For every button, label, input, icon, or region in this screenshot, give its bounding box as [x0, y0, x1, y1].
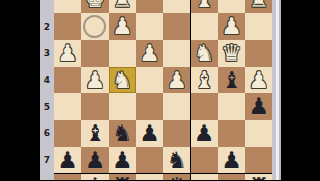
square-c7	[191, 147, 218, 174]
chess-board: ♚♜♝♜♟♟♟♟♞♛♟♞♟♝♝♟♟♝♞♟♟♟♟♟♞♟♚♜♛♜	[54, 0, 272, 180]
piece-black-knight-d7: ♞	[167, 149, 188, 172]
square-d3	[163, 40, 190, 67]
square-g7: ♟	[81, 147, 108, 174]
piece-white-king-g1: ♚	[85, 0, 106, 11]
square-g6: ♝	[81, 120, 108, 147]
piece-white-pawn-g4: ♟	[85, 69, 106, 92]
square-a1: ♜	[245, 0, 272, 13]
square-a6	[245, 120, 272, 147]
piece-white-pawn-d4: ♟	[167, 69, 188, 92]
rank-label-3: 3	[40, 49, 54, 58]
board-frame-right-edge	[272, 0, 281, 180]
square-g8: ♚	[81, 174, 108, 181]
square-e5	[136, 93, 163, 120]
square-e4	[136, 67, 163, 94]
square-h2	[54, 13, 81, 40]
rank-label-7: 7	[40, 156, 54, 165]
square-b5	[218, 93, 245, 120]
square-d1	[163, 0, 190, 13]
piece-white-pawn-a4: ♟	[248, 69, 269, 92]
piece-white-pawn-b2: ♟	[221, 15, 242, 38]
square-a4: ♟	[245, 67, 272, 94]
square-h5	[54, 93, 81, 120]
piece-black-pawn-b7: ♟	[221, 149, 242, 172]
square-b6	[218, 120, 245, 147]
square-f3	[109, 40, 136, 67]
square-h4	[54, 67, 81, 94]
square-e6: ♟	[136, 120, 163, 147]
square-c2	[191, 13, 218, 40]
square-d5	[163, 93, 190, 120]
square-f5	[109, 93, 136, 120]
piece-white-bishop-c1: ♝	[194, 0, 215, 11]
square-e1	[136, 0, 163, 13]
piece-white-pawn-h3: ♟	[57, 42, 78, 65]
circle-annotation-g2	[83, 15, 106, 38]
rank-label-6: 6	[40, 129, 54, 138]
square-e7	[136, 147, 163, 174]
piece-white-knight-c3: ♞	[194, 42, 215, 65]
square-c1: ♝	[191, 0, 218, 13]
piece-white-queen-b3: ♛	[221, 42, 242, 65]
piece-black-queen-d8: ♛	[167, 175, 188, 180]
piece-black-bishop-g6: ♝	[85, 122, 106, 145]
square-f2: ♟	[109, 13, 136, 40]
square-a3	[245, 40, 272, 67]
square-h6	[54, 120, 81, 147]
rank-label-4: 4	[40, 76, 54, 85]
piece-black-rook-f8: ♜	[112, 175, 133, 180]
square-c6: ♟	[191, 120, 218, 147]
square-f1: ♜	[109, 0, 136, 13]
square-b3: ♛	[218, 40, 245, 67]
square-c3: ♞	[191, 40, 218, 67]
piece-white-knight-f4: ♞	[112, 69, 133, 92]
square-a8: ♜	[245, 174, 272, 181]
square-b1	[218, 0, 245, 13]
square-g4: ♟	[81, 67, 108, 94]
piece-black-pawn-f7: ♟	[112, 149, 133, 172]
square-h3: ♟	[54, 40, 81, 67]
piece-black-rook-a8: ♜	[248, 175, 269, 180]
piece-white-pawn-e3: ♟	[139, 42, 160, 65]
piece-black-knight-f6: ♞	[112, 122, 133, 145]
rank-label-5: 5	[40, 102, 54, 111]
piece-black-pawn-c6: ♟	[194, 122, 215, 145]
square-a5: ♟	[245, 93, 272, 120]
square-g5	[81, 93, 108, 120]
square-e3: ♟	[136, 40, 163, 67]
piece-black-pawn-h7: ♟	[57, 149, 78, 172]
square-g1: ♚	[81, 0, 108, 13]
piece-black-bishop-b4: ♝	[221, 69, 242, 92]
square-d4: ♟	[163, 67, 190, 94]
square-f4: ♞	[109, 67, 136, 94]
square-a7	[245, 147, 272, 174]
square-c4: ♝	[191, 67, 218, 94]
square-d6	[163, 120, 190, 147]
square-e2	[136, 13, 163, 40]
square-a2	[245, 13, 272, 40]
square-h7: ♟	[54, 147, 81, 174]
square-g3	[81, 40, 108, 67]
square-b4: ♝	[218, 67, 245, 94]
video-frame: 234567 ♚♜♝♜♟♟♟♟♞♛♟♞♟♝♝♟♟♝♞♟♟♟♟♟♞♟♚♜♛♜	[0, 0, 320, 180]
piece-white-pawn-f2: ♟	[112, 15, 133, 38]
square-d7: ♞	[163, 147, 190, 174]
square-d8: ♛	[163, 174, 190, 181]
square-b2: ♟	[218, 13, 245, 40]
square-d2	[163, 13, 190, 40]
rank-label-2: 2	[40, 22, 54, 31]
square-f8: ♜	[109, 174, 136, 181]
piece-black-king-g8: ♚	[85, 175, 106, 180]
piece-black-pawn-a5: ♟	[248, 95, 269, 118]
piece-white-rook-a1: ♜	[248, 0, 269, 11]
square-e8	[136, 174, 163, 181]
square-f7: ♟	[109, 147, 136, 174]
square-c5	[191, 93, 218, 120]
square-f6: ♞	[109, 120, 136, 147]
square-b7: ♟	[218, 147, 245, 174]
piece-black-pawn-e6: ♟	[139, 122, 160, 145]
square-b8	[218, 174, 245, 181]
square-c8	[191, 174, 218, 181]
square-g2	[81, 13, 108, 40]
letterbox-left-bar	[0, 0, 40, 180]
square-h1	[54, 0, 81, 13]
piece-white-rook-f1: ♜	[112, 0, 133, 11]
piece-white-bishop-c4: ♝	[194, 69, 215, 92]
piece-black-pawn-g7: ♟	[85, 149, 106, 172]
board-frame-rank-labels: 234567	[40, 0, 54, 180]
square-h8	[54, 174, 81, 181]
letterbox-right-bar	[281, 0, 320, 180]
